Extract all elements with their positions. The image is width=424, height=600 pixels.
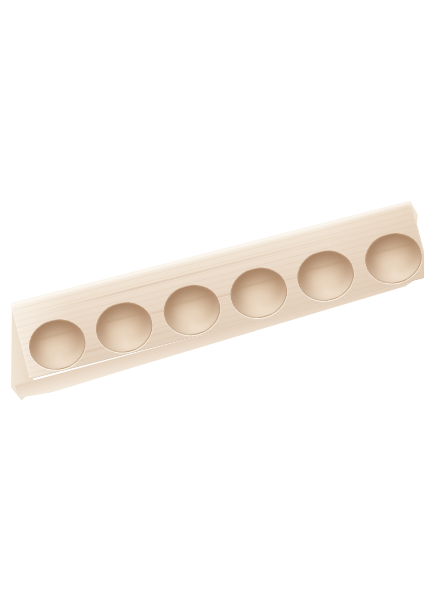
pit-1[interactable]: [24, 313, 92, 376]
pit-row: [11, 200, 424, 378]
pit-2[interactable]: [91, 296, 159, 359]
mancala-board: [10, 200, 424, 400]
board-top-face: [10, 200, 424, 379]
pit-6[interactable]: [359, 227, 424, 290]
product-photo-canvas: [0, 0, 424, 600]
